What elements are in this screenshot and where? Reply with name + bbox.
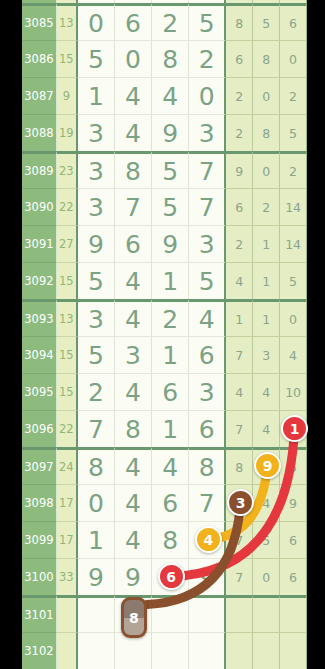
issue-cell: 3099 <box>22 521 57 558</box>
digit-cell: 8 <box>189 447 226 484</box>
stat-cell <box>226 632 253 669</box>
digit-cell: 7 <box>189 151 226 188</box>
digit-cell: 4 <box>115 262 152 299</box>
digit-cell: 9 <box>152 225 189 262</box>
sum-cell: 13 <box>57 3 78 40</box>
stat-cell: 4 <box>226 373 253 410</box>
digit-cell: 3 <box>189 225 226 262</box>
sum-cell: 9 <box>57 77 78 114</box>
stat-cell: 2 <box>226 225 253 262</box>
stat-cell: 10 <box>280 373 307 410</box>
stat-cell <box>253 632 280 669</box>
digit-cell: 6 <box>189 336 226 373</box>
stat-cell <box>280 632 307 669</box>
digit-cell <box>152 632 189 669</box>
digit-cell: 0 <box>78 3 115 40</box>
digit-cell: 4 <box>115 299 152 336</box>
stat-cell: 4 <box>253 484 280 521</box>
digit-cell: 8 <box>152 40 189 77</box>
stat-cell: 7 <box>226 336 253 373</box>
digit-cell: 6 <box>115 3 152 40</box>
stat-cell: 6 <box>280 558 307 595</box>
sum-cell: 17 <box>57 521 78 558</box>
digit-cell: 4 <box>115 373 152 410</box>
issue-cell: 3095 <box>22 373 57 410</box>
digit-cell: 6 <box>115 225 152 262</box>
digit-cell: 7 <box>189 484 226 521</box>
stat-cell: 6 <box>226 188 253 225</box>
digit-cell: 2 <box>189 40 226 77</box>
stat-cell: 6 <box>226 40 253 77</box>
stat-cell: 0 <box>280 40 307 77</box>
issue-cell: 3088 <box>22 114 57 151</box>
digit-cell: 2 <box>152 3 189 40</box>
digit-cell: 5 <box>78 262 115 299</box>
table-row: 3092155415415 <box>22 262 307 299</box>
digit-cell: 5 <box>78 40 115 77</box>
issue-cell: 3100 <box>22 558 57 595</box>
sum-cell: 22 <box>57 188 78 225</box>
stat-cell: 3 <box>253 336 280 373</box>
marker-red-6: 6 <box>158 563 185 590</box>
table-row: 30951524634410 <box>22 373 307 410</box>
digit-cell: 9 <box>78 225 115 262</box>
stat-cell: 0 <box>253 77 280 114</box>
stat-cell: 4 <box>226 262 253 299</box>
digit-cell: 9 <box>152 114 189 151</box>
sum-cell: 15 <box>57 336 78 373</box>
digit-cell: 4 <box>152 447 189 484</box>
sum-cell: 23 <box>57 151 78 188</box>
issue-cell: 3097 <box>22 447 57 484</box>
table-row: 3086155082680 <box>22 40 307 77</box>
stat-cell: 4 <box>253 373 280 410</box>
issue-cell: 3096 <box>22 410 57 447</box>
issue-cell: 3089 <box>22 151 57 188</box>
stat-cell: 8 <box>253 114 280 151</box>
sum-cell: 15 <box>57 40 78 77</box>
digit-cell: 0 <box>115 40 152 77</box>
digit-cell: 6 <box>152 484 189 521</box>
digit-cell: 9 <box>189 558 226 595</box>
table-row: 3099171484756 <box>22 521 307 558</box>
stat-cell: 2 <box>253 188 280 225</box>
stat-cell: 8 <box>226 3 253 40</box>
sum-cell: 19 <box>57 114 78 151</box>
table-row: 3089233857902 <box>22 151 307 188</box>
issue-cell: 3102 <box>22 632 57 669</box>
digit-cell: 5 <box>189 262 226 299</box>
digit-cell: 9 <box>115 558 152 595</box>
stat-cell: 1 <box>253 299 280 336</box>
digit-cell: 4 <box>115 484 152 521</box>
digit-cell: 3 <box>189 114 226 151</box>
issue-cell: 3091 <box>22 225 57 262</box>
stat-cell: 7 <box>226 558 253 595</box>
stat-cell: 8 <box>253 40 280 77</box>
stat-cell: 6 <box>280 521 307 558</box>
marker-yellow-9: 9 <box>254 452 281 479</box>
lottery-trend-chart-screen: 3085130625856308615508268030879144020230… <box>0 0 325 669</box>
digit-cell: 5 <box>189 3 226 40</box>
table-row: 3088193493285 <box>22 114 307 151</box>
digit-cell: 9 <box>78 558 115 595</box>
stat-cell <box>280 595 307 632</box>
digit-cell: 4 <box>152 77 189 114</box>
digit-cell: 3 <box>78 114 115 151</box>
stat-cell: 0 <box>280 299 307 336</box>
digit-cell: 3 <box>78 188 115 225</box>
digit-cell <box>189 632 226 669</box>
digit-cell: 1 <box>78 77 115 114</box>
stat-cell: 1 <box>226 299 253 336</box>
stat-cell: 5 <box>280 114 307 151</box>
table-row: 3101 <box>22 595 307 632</box>
sum-cell: 24 <box>57 447 78 484</box>
digit-cell: 4 <box>189 299 226 336</box>
stat-cell: 0 <box>253 151 280 188</box>
digit-cell: 7 <box>78 410 115 447</box>
digit-cell: 3 <box>115 336 152 373</box>
sum-cell <box>57 632 78 669</box>
stat-cell: 7 <box>226 521 253 558</box>
digit-cell: 8 <box>115 410 152 447</box>
stat-cell <box>253 595 280 632</box>
digit-cell: 2 <box>78 373 115 410</box>
stat-cell: 0 <box>253 558 280 595</box>
stat-cell: 2 <box>226 114 253 151</box>
stat-cell: 5 <box>280 262 307 299</box>
sum-cell: 22 <box>57 410 78 447</box>
marker-brown-3: 3 <box>227 489 254 516</box>
digit-cell: 3 <box>78 151 115 188</box>
stat-cell: 9 <box>226 151 253 188</box>
sum-cell: 33 <box>57 558 78 595</box>
digit-cell: 7 <box>115 188 152 225</box>
digit-cell: 5 <box>152 151 189 188</box>
digit-cell: 0 <box>189 77 226 114</box>
stat-cell: 4 <box>280 336 307 373</box>
table-row: 3085130625856 <box>22 3 307 40</box>
digit-cell <box>189 595 226 632</box>
issue-cell: 3093 <box>22 299 57 336</box>
digit-cell: 1 <box>152 410 189 447</box>
stat-cell: 4 <box>253 410 280 447</box>
sum-cell <box>57 595 78 632</box>
stat-cell <box>226 595 253 632</box>
stat-cell: 2 <box>226 77 253 114</box>
table-row: 3094155316734 <box>22 336 307 373</box>
digit-cell: 4 <box>115 77 152 114</box>
digit-cell: 1 <box>152 262 189 299</box>
sum-cell: 27 <box>57 225 78 262</box>
issue-cell: 3094 <box>22 336 57 373</box>
sum-cell: 13 <box>57 299 78 336</box>
stat-cell: 14 <box>280 188 307 225</box>
digit-cell <box>78 595 115 632</box>
sum-cell: 17 <box>57 484 78 521</box>
stat-cell: 1 <box>253 225 280 262</box>
stat-cell: 5 <box>253 3 280 40</box>
stat-cell: 6 <box>280 3 307 40</box>
table-row: 3102 <box>22 632 307 669</box>
stat-cell: 2 <box>280 77 307 114</box>
digit-cell <box>78 632 115 669</box>
digit-cell: 6 <box>189 410 226 447</box>
marker-yellow-4: 4 <box>195 526 222 553</box>
digit-cell: 8 <box>152 521 189 558</box>
stat-cell: 1 <box>253 262 280 299</box>
issue-cell: 3090 <box>22 188 57 225</box>
stat-cell: 5 <box>280 447 307 484</box>
digit-cell: 6 <box>152 373 189 410</box>
digit-cell: 1 <box>78 521 115 558</box>
table-row: 3093133424110 <box>22 299 307 336</box>
digit-cell: 4 <box>115 447 152 484</box>
digit-cell: 8 <box>78 447 115 484</box>
stat-cell: 9 <box>280 484 307 521</box>
sum-cell: 15 <box>57 262 78 299</box>
issue-cell: 3098 <box>22 484 57 521</box>
digit-cell: 1 <box>152 336 189 373</box>
digit-cell: 5 <box>78 336 115 373</box>
marker-red-1: 1 <box>281 415 308 442</box>
digit-cell: 7 <box>189 188 226 225</box>
digit-cell: 3 <box>78 299 115 336</box>
stat-cell: 8 <box>226 447 253 484</box>
digit-cell <box>152 595 189 632</box>
stat-cell: 14 <box>280 225 307 262</box>
digit-cell: 4 <box>115 521 152 558</box>
digit-cell: 2 <box>152 299 189 336</box>
digit-cell: 5 <box>152 188 189 225</box>
table-row: 30912796932114 <box>22 225 307 262</box>
issue-cell: 3101 <box>22 595 57 632</box>
digit-cell: 3 <box>189 373 226 410</box>
digit-cell: 0 <box>78 484 115 521</box>
table-row: 3096227816741 <box>22 410 307 447</box>
stat-cell: 2 <box>280 151 307 188</box>
stat-cell: 7 <box>226 410 253 447</box>
issue-cell: 3086 <box>22 40 57 77</box>
issue-cell: 3087 <box>22 77 57 114</box>
table-row: 308791440202 <box>22 77 307 114</box>
issue-cell: 3092 <box>22 262 57 299</box>
table-row: 30902237576214 <box>22 188 307 225</box>
issue-cell: 3085 <box>22 3 57 40</box>
digit-cell: 8 <box>115 151 152 188</box>
stat-cell: 5 <box>253 521 280 558</box>
prediction-badge-8: 8 <box>121 597 147 638</box>
digit-cell: 4 <box>115 114 152 151</box>
table-row: 3098170467349 <box>22 484 307 521</box>
sum-cell: 15 <box>57 373 78 410</box>
